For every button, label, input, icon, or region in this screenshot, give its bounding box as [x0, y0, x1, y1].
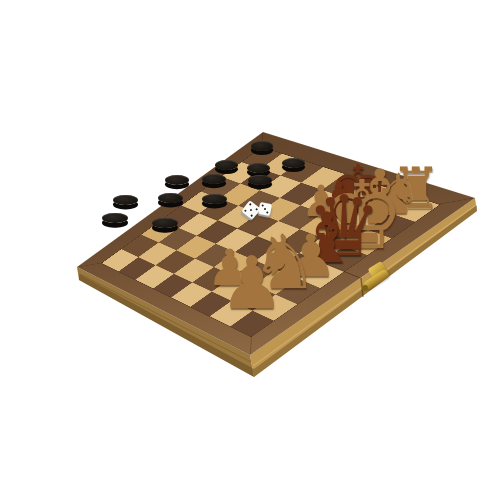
die-pip: [249, 208, 252, 211]
checker-piece[interactable]: [248, 175, 272, 185]
chess-piece-pawn-light[interactable]: ♟: [216, 247, 288, 319]
checker-piece[interactable]: [247, 163, 270, 173]
die-pip: [266, 211, 268, 213]
pieces-overlay: ♟♟♞♟♝♛♚♟♟♚♝♞♜: [0, 0, 500, 500]
die-pip: [249, 203, 252, 206]
die-pip: [261, 204, 263, 206]
checker-piece[interactable]: [113, 195, 138, 206]
checker-piece[interactable]: [202, 194, 227, 205]
clasp-knob: [362, 285, 368, 291]
die-pip: [250, 214, 253, 217]
die-pip: [244, 209, 247, 212]
checker-piece[interactable]: [102, 213, 128, 224]
die-pip: [264, 208, 266, 210]
checker-piece[interactable]: [165, 175, 189, 185]
die[interactable]: [241, 200, 261, 220]
checker-piece[interactable]: [282, 158, 305, 168]
checker-piece[interactable]: [158, 193, 183, 204]
checker-piece[interactable]: [152, 218, 178, 229]
checker-piece[interactable]: [202, 174, 226, 184]
product-photo-scene: ♟♟♞♟♝♛♚♟♟♚♝♞♜ Open wooden folding game b…: [0, 0, 500, 500]
brass-clasp-icon: [361, 262, 397, 300]
die-pip: [255, 208, 258, 211]
checker-piece[interactable]: [215, 160, 238, 170]
checker-piece[interactable]: [251, 141, 273, 150]
